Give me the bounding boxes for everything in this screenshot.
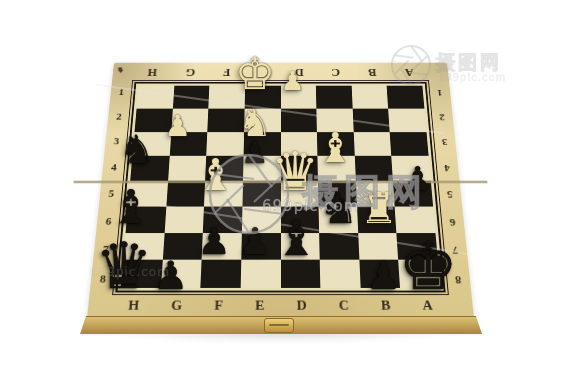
square-g3 [169, 132, 207, 156]
board-corner-top-right [426, 63, 449, 81]
square-d1 [281, 86, 317, 109]
coordinate-label: 8 [99, 273, 106, 286]
square-f7 [202, 233, 242, 260]
square-a4 [392, 156, 431, 181]
square-b3 [353, 132, 391, 156]
square-c3 [317, 132, 355, 156]
square-d6 [281, 206, 320, 232]
coordinate-label: F [214, 299, 223, 314]
playing-area-frame [115, 82, 445, 292]
coordinate-label: 8 [455, 273, 462, 286]
square-e8 [241, 260, 281, 288]
coordinate-label: G [185, 66, 195, 77]
square-d5 [281, 181, 319, 207]
coordinate-label: 7 [102, 244, 109, 257]
square-g5 [166, 181, 205, 207]
square-d3 [281, 132, 318, 156]
board-corner-bottom-left [87, 294, 113, 318]
square-e5 [242, 181, 280, 207]
square-h5 [128, 181, 168, 207]
square-e7 [241, 233, 280, 260]
square-f6 [203, 206, 242, 232]
square-g4 [168, 156, 207, 181]
square-d7 [281, 233, 320, 260]
coordinate-label: 4 [444, 162, 451, 174]
square-a3 [390, 132, 429, 156]
square-e6 [242, 206, 281, 232]
coordinate-label: 3 [441, 136, 448, 147]
square-d4 [281, 156, 319, 181]
square-a5 [393, 181, 433, 207]
square-b4 [355, 156, 394, 181]
coordinate-label: B [368, 66, 377, 77]
square-h8 [121, 260, 163, 288]
square-d2 [281, 108, 317, 131]
square-g8 [161, 260, 202, 288]
square-b5 [356, 181, 395, 207]
square-a1 [387, 86, 424, 109]
square-c2 [316, 108, 353, 131]
coordinate-label: 6 [449, 215, 456, 227]
square-h3 [132, 132, 171, 156]
square-c4 [318, 156, 356, 181]
square-a2 [388, 108, 426, 131]
brass-clasp [264, 318, 294, 333]
coordinate-label: H [147, 66, 157, 77]
coordinate-label: E [255, 299, 264, 314]
coordinate-label: A [404, 66, 414, 77]
board-squares [121, 86, 441, 288]
board-fold-seam [73, 181, 487, 183]
board-corner-bottom-right [448, 294, 474, 318]
file-labels-bottom: HGFEDCBA [111, 294, 450, 318]
square-f8 [201, 260, 242, 288]
coordinate-label: G [171, 299, 183, 314]
coordinate-label: 1 [437, 87, 443, 98]
coordinate-label: 2 [439, 111, 445, 122]
knight-stamp-icon: ♞ [115, 65, 124, 74]
square-a7 [397, 233, 438, 260]
square-g2 [171, 108, 209, 131]
square-h6 [126, 206, 166, 232]
square-g7 [162, 233, 203, 260]
square-b6 [357, 206, 397, 232]
coordinate-label: 6 [105, 215, 112, 227]
square-d8 [281, 260, 321, 288]
coordinate-label: D [294, 66, 303, 77]
square-f1 [209, 86, 245, 109]
square-g1 [173, 86, 210, 109]
square-g6 [164, 206, 204, 232]
wooden-chess-board: ♞ HGFEDCBA 12345678 12345678 HGFEDCBA [87, 63, 474, 318]
coordinate-label: F [223, 66, 231, 77]
board-corner-top-left: ♞ [112, 63, 135, 81]
square-e2 [244, 108, 280, 131]
square-f3 [206, 132, 244, 156]
square-b2 [352, 108, 390, 131]
coordinate-label: 5 [446, 188, 453, 200]
square-c7 [319, 233, 359, 260]
coordinate-label: C [339, 299, 350, 314]
coordinate-label: C [331, 66, 340, 77]
square-h7 [123, 233, 164, 260]
stock-photo-chess-board: ♞ HGFEDCBA 12345678 12345678 HGFEDCBA ♚♟… [0, 0, 562, 373]
square-a8 [399, 260, 441, 288]
coordinate-label: E [258, 66, 266, 77]
square-h2 [135, 108, 173, 131]
coordinate-label: B [381, 299, 391, 314]
square-e4 [243, 156, 281, 181]
square-b1 [351, 86, 388, 109]
square-c1 [316, 86, 352, 109]
square-b8 [359, 260, 400, 288]
coordinate-label: 1 [118, 87, 124, 98]
coordinate-label: H [128, 299, 140, 314]
square-e3 [243, 132, 280, 156]
coordinate-label: 5 [108, 188, 115, 200]
square-a6 [395, 206, 435, 232]
square-c6 [319, 206, 358, 232]
coordinate-label: 4 [111, 162, 118, 174]
coordinate-label: 2 [116, 111, 122, 122]
square-h1 [137, 86, 174, 109]
coordinate-label: 3 [113, 136, 120, 147]
square-f4 [205, 156, 243, 181]
square-f2 [208, 108, 245, 131]
file-labels-top: HGFEDCBA [133, 63, 428, 81]
coordinate-label: A [422, 299, 433, 314]
square-e1 [245, 86, 281, 109]
square-c8 [320, 260, 361, 288]
square-c5 [318, 181, 357, 207]
square-b7 [358, 233, 399, 260]
coordinate-label: 7 [452, 244, 459, 257]
square-f5 [204, 181, 243, 207]
coordinate-label: D [296, 299, 306, 314]
square-h4 [130, 156, 169, 181]
